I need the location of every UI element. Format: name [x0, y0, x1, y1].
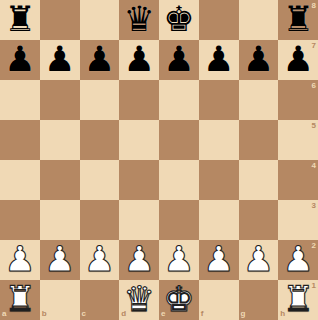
square-f1[interactable]: f — [199, 280, 239, 320]
coord-rank-3: 3 — [312, 202, 316, 210]
square-c7[interactable]: ♟ — [80, 40, 120, 80]
square-a5[interactable] — [0, 120, 40, 160]
square-b4[interactable] — [40, 160, 80, 200]
square-f7[interactable]: ♟ — [199, 40, 239, 80]
coord-file-d: d — [121, 310, 126, 318]
chess-board: ♜♛♚♜8♟♟♟♟♟♟♟♟76543♟♟♟♟♟♟♟♟2♜abc♛d♚efg♜1h — [0, 0, 318, 320]
piece-black-rook[interactable]: ♜ — [282, 0, 313, 39]
piece-white-king[interactable]: ♚ — [163, 280, 194, 319]
piece-black-pawn[interactable]: ♟ — [163, 40, 194, 79]
square-e5[interactable] — [159, 120, 199, 160]
square-c5[interactable] — [80, 120, 120, 160]
square-a8[interactable]: ♜ — [0, 0, 40, 40]
square-g3[interactable] — [239, 200, 279, 240]
square-e4[interactable] — [159, 160, 199, 200]
square-e1[interactable]: ♚e — [159, 280, 199, 320]
square-f2[interactable]: ♟ — [199, 240, 239, 280]
square-c4[interactable] — [80, 160, 120, 200]
coord-rank-2: 2 — [312, 242, 316, 250]
square-h2[interactable]: ♟2 — [278, 240, 318, 280]
square-d8[interactable]: ♛ — [119, 0, 159, 40]
square-b3[interactable] — [40, 200, 80, 240]
piece-white-pawn[interactable]: ♟ — [243, 240, 274, 279]
piece-black-pawn[interactable]: ♟ — [243, 40, 274, 79]
square-g7[interactable]: ♟ — [239, 40, 279, 80]
coord-rank-1: 1 — [312, 282, 316, 290]
square-g6[interactable] — [239, 80, 279, 120]
coord-rank-7: 7 — [312, 42, 316, 50]
coord-rank-4: 4 — [312, 162, 316, 170]
square-g1[interactable]: g — [239, 280, 279, 320]
coord-rank-5: 5 — [312, 122, 316, 130]
square-b6[interactable] — [40, 80, 80, 120]
square-e8[interactable]: ♚ — [159, 0, 199, 40]
piece-black-pawn[interactable]: ♟ — [44, 40, 75, 79]
square-h3[interactable]: 3 — [278, 200, 318, 240]
square-f4[interactable] — [199, 160, 239, 200]
piece-white-queen[interactable]: ♛ — [123, 280, 154, 319]
piece-white-pawn[interactable]: ♟ — [203, 240, 234, 279]
piece-white-pawn[interactable]: ♟ — [163, 240, 194, 279]
piece-black-rook[interactable]: ♜ — [4, 0, 35, 39]
square-f3[interactable] — [199, 200, 239, 240]
square-d1[interactable]: ♛d — [119, 280, 159, 320]
piece-white-rook[interactable]: ♜ — [4, 280, 35, 319]
square-a1[interactable]: ♜a — [0, 280, 40, 320]
square-f6[interactable] — [199, 80, 239, 120]
piece-black-pawn[interactable]: ♟ — [84, 40, 115, 79]
square-d3[interactable] — [119, 200, 159, 240]
coord-file-c: c — [82, 310, 86, 318]
square-c1[interactable]: c — [80, 280, 120, 320]
coord-rank-8: 8 — [312, 2, 316, 10]
square-h1[interactable]: ♜1h — [278, 280, 318, 320]
square-c3[interactable] — [80, 200, 120, 240]
square-e7[interactable]: ♟ — [159, 40, 199, 80]
square-g8[interactable] — [239, 0, 279, 40]
piece-black-pawn[interactable]: ♟ — [203, 40, 234, 79]
piece-white-pawn[interactable]: ♟ — [282, 240, 313, 279]
square-h4[interactable]: 4 — [278, 160, 318, 200]
square-a3[interactable] — [0, 200, 40, 240]
piece-white-pawn[interactable]: ♟ — [123, 240, 154, 279]
square-e3[interactable] — [159, 200, 199, 240]
square-d7[interactable]: ♟ — [119, 40, 159, 80]
square-d5[interactable] — [119, 120, 159, 160]
square-h8[interactable]: ♜8 — [278, 0, 318, 40]
piece-black-king[interactable]: ♚ — [163, 0, 194, 39]
coord-file-g: g — [241, 310, 246, 318]
coord-file-h: h — [280, 310, 285, 318]
coord-file-b: b — [42, 310, 47, 318]
square-f8[interactable] — [199, 0, 239, 40]
square-e2[interactable]: ♟ — [159, 240, 199, 280]
piece-black-pawn[interactable]: ♟ — [4, 40, 35, 79]
square-a4[interactable] — [0, 160, 40, 200]
square-c2[interactable]: ♟ — [80, 240, 120, 280]
square-a2[interactable]: ♟ — [0, 240, 40, 280]
square-f5[interactable] — [199, 120, 239, 160]
square-b1[interactable]: b — [40, 280, 80, 320]
piece-black-queen[interactable]: ♛ — [123, 0, 154, 39]
square-h5[interactable]: 5 — [278, 120, 318, 160]
piece-white-pawn[interactable]: ♟ — [4, 240, 35, 279]
square-b5[interactable] — [40, 120, 80, 160]
square-g4[interactable] — [239, 160, 279, 200]
coord-file-a: a — [2, 310, 6, 318]
square-c6[interactable] — [80, 80, 120, 120]
square-h6[interactable]: 6 — [278, 80, 318, 120]
square-h7[interactable]: ♟7 — [278, 40, 318, 80]
piece-black-pawn[interactable]: ♟ — [123, 40, 154, 79]
square-b2[interactable]: ♟ — [40, 240, 80, 280]
piece-black-pawn[interactable]: ♟ — [282, 40, 313, 79]
piece-white-rook[interactable]: ♜ — [282, 280, 313, 319]
square-e6[interactable] — [159, 80, 199, 120]
square-g5[interactable] — [239, 120, 279, 160]
square-b7[interactable]: ♟ — [40, 40, 80, 80]
coord-file-f: f — [201, 310, 204, 318]
piece-white-pawn[interactable]: ♟ — [84, 240, 115, 279]
square-a6[interactable] — [0, 80, 40, 120]
square-g2[interactable]: ♟ — [239, 240, 279, 280]
square-d6[interactable] — [119, 80, 159, 120]
square-d4[interactable] — [119, 160, 159, 200]
piece-white-pawn[interactable]: ♟ — [44, 240, 75, 279]
square-b8[interactable] — [40, 0, 80, 40]
square-d2[interactable]: ♟ — [119, 240, 159, 280]
coord-file-e: e — [161, 310, 165, 318]
square-a7[interactable]: ♟ — [0, 40, 40, 80]
square-c8[interactable] — [80, 0, 120, 40]
coord-rank-6: 6 — [312, 82, 316, 90]
